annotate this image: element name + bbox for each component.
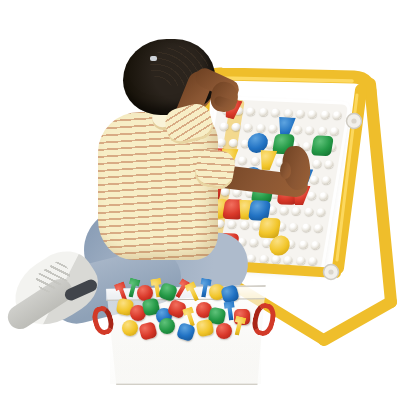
bin-plastic-haze bbox=[110, 338, 261, 384]
frame-base-rear bbox=[324, 302, 391, 340]
bin-yellow-peg bbox=[196, 319, 215, 338]
yellow-cone-peg bbox=[256, 150, 279, 171]
bin-green-peg bbox=[159, 318, 175, 334]
board-clamp-bottom bbox=[324, 265, 339, 280]
hair-clip bbox=[150, 56, 157, 61]
green-square-peg bbox=[310, 135, 333, 156]
peg-storage-bin bbox=[103, 285, 269, 385]
child-left-thumb bbox=[280, 162, 291, 179]
product-photo-scene bbox=[0, 0, 400, 400]
bin-yellow-peg bbox=[122, 320, 138, 336]
bin-blue-peg bbox=[220, 284, 240, 304]
frame-rear-leg bbox=[370, 84, 391, 302]
board-clamp-top bbox=[347, 114, 362, 129]
bin-red-peg bbox=[216, 323, 232, 339]
